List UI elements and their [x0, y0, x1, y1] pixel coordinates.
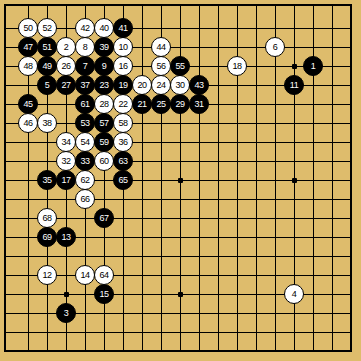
stone-black-27: 27 — [56, 75, 76, 95]
move-number: 51 — [42, 43, 51, 52]
move-number: 20 — [137, 81, 146, 90]
star-point — [64, 292, 69, 297]
move-number: 45 — [23, 100, 32, 109]
grid-line-horizontal — [4, 256, 353, 257]
star-point — [292, 178, 297, 183]
stone-white-20: 20 — [132, 75, 152, 95]
move-number: 17 — [61, 176, 70, 185]
stone-white-40: 40 — [94, 18, 114, 38]
stone-black-7: 7 — [75, 56, 95, 76]
star-point — [292, 64, 297, 69]
stone-black-5: 5 — [37, 75, 57, 95]
move-number: 25 — [156, 100, 165, 109]
move-number: 64 — [99, 271, 108, 280]
move-number: 57 — [99, 119, 108, 128]
stone-white-52: 52 — [37, 18, 57, 38]
stone-black-19: 19 — [113, 75, 133, 95]
stone-white-62: 62 — [75, 170, 95, 190]
stone-black-33: 33 — [75, 151, 95, 171]
move-number: 68 — [42, 214, 51, 223]
move-number: 56 — [156, 62, 165, 71]
go-board[interactable]: 1234567891011121314151617181920212223242… — [0, 0, 361, 361]
stone-black-17: 17 — [56, 170, 76, 190]
move-number: 29 — [175, 100, 184, 109]
stone-white-28: 28 — [94, 94, 114, 114]
stone-white-36: 36 — [113, 132, 133, 152]
move-number: 5 — [45, 81, 50, 90]
move-number: 35 — [42, 176, 51, 185]
move-number: 6 — [273, 43, 278, 52]
move-number: 3 — [64, 309, 69, 318]
move-number: 52 — [42, 24, 51, 33]
move-number: 32 — [61, 157, 70, 166]
stone-black-21: 21 — [132, 94, 152, 114]
stone-white-12: 12 — [37, 265, 57, 285]
move-number: 38 — [42, 119, 51, 128]
stone-white-44: 44 — [151, 37, 171, 57]
grid-line-horizontal — [4, 4, 353, 6]
stone-white-58: 58 — [113, 113, 133, 133]
stone-black-41: 41 — [113, 18, 133, 38]
move-number: 16 — [118, 62, 127, 71]
stone-white-38: 38 — [37, 113, 57, 133]
stone-white-32: 32 — [56, 151, 76, 171]
stone-black-3: 3 — [56, 303, 76, 323]
move-number: 28 — [99, 100, 108, 109]
move-number: 46 — [23, 119, 32, 128]
stone-white-26: 26 — [56, 56, 76, 76]
move-number: 53 — [80, 119, 89, 128]
move-number: 47 — [23, 43, 32, 52]
move-number: 61 — [80, 100, 89, 109]
stone-white-8: 8 — [75, 37, 95, 57]
stone-black-53: 53 — [75, 113, 95, 133]
move-number: 18 — [232, 62, 241, 71]
move-number: 7 — [83, 62, 88, 71]
move-number: 49 — [42, 62, 51, 71]
move-number: 41 — [118, 24, 127, 33]
stone-white-16: 16 — [113, 56, 133, 76]
grid-line-vertical — [332, 4, 333, 353]
stone-white-34: 34 — [56, 132, 76, 152]
stone-black-47: 47 — [18, 37, 38, 57]
grid-line-horizontal — [4, 350, 353, 352]
stone-black-31: 31 — [189, 94, 209, 114]
move-number: 34 — [61, 138, 70, 147]
stone-black-1: 1 — [303, 56, 323, 76]
stone-black-9: 9 — [94, 56, 114, 76]
stone-white-18: 18 — [227, 56, 247, 76]
stone-black-29: 29 — [170, 94, 190, 114]
stone-black-45: 45 — [18, 94, 38, 114]
grid-line-horizontal — [4, 332, 353, 333]
move-number: 2 — [64, 43, 69, 52]
stone-black-61: 61 — [75, 94, 95, 114]
move-number: 9 — [102, 62, 107, 71]
move-number: 13 — [61, 233, 70, 242]
move-number: 60 — [99, 157, 108, 166]
stone-black-65: 65 — [113, 170, 133, 190]
stone-black-57: 57 — [94, 113, 114, 133]
move-number: 21 — [137, 100, 146, 109]
move-number: 1 — [311, 62, 316, 71]
grid-line-vertical — [218, 4, 219, 353]
grid-line-vertical — [350, 4, 352, 353]
stone-white-66: 66 — [75, 189, 95, 209]
stone-white-64: 64 — [94, 265, 114, 285]
move-number: 62 — [80, 176, 89, 185]
stone-white-4: 4 — [284, 284, 304, 304]
stone-white-68: 68 — [37, 208, 57, 228]
stone-black-51: 51 — [37, 37, 57, 57]
move-number: 58 — [118, 119, 127, 128]
stone-black-67: 67 — [94, 208, 114, 228]
stone-white-2: 2 — [56, 37, 76, 57]
move-number: 65 — [118, 176, 127, 185]
move-number: 8 — [83, 43, 88, 52]
move-number: 22 — [118, 100, 127, 109]
move-number: 4 — [292, 290, 297, 299]
stone-white-60: 60 — [94, 151, 114, 171]
stone-black-13: 13 — [56, 227, 76, 247]
grid-line-vertical — [142, 4, 143, 353]
grid-line-vertical — [199, 4, 200, 353]
stone-white-22: 22 — [113, 94, 133, 114]
move-number: 14 — [80, 271, 89, 280]
stone-black-55: 55 — [170, 56, 190, 76]
move-number: 69 — [42, 233, 51, 242]
stone-white-14: 14 — [75, 265, 95, 285]
move-number: 30 — [175, 81, 184, 90]
move-number: 26 — [61, 62, 70, 71]
stone-black-43: 43 — [189, 75, 209, 95]
move-number: 37 — [80, 81, 89, 90]
stone-white-46: 46 — [18, 113, 38, 133]
move-number: 50 — [23, 24, 32, 33]
stone-black-25: 25 — [151, 94, 171, 114]
move-number: 48 — [23, 62, 32, 71]
stone-white-30: 30 — [170, 75, 190, 95]
star-point — [178, 178, 183, 183]
stone-white-24: 24 — [151, 75, 171, 95]
move-number: 19 — [118, 81, 127, 90]
move-number: 33 — [80, 157, 89, 166]
stone-black-15: 15 — [94, 284, 114, 304]
move-number: 24 — [156, 81, 165, 90]
move-number: 15 — [99, 290, 108, 299]
stone-black-23: 23 — [94, 75, 114, 95]
move-number: 39 — [99, 43, 108, 52]
stone-white-48: 48 — [18, 56, 38, 76]
stone-white-54: 54 — [75, 132, 95, 152]
move-number: 12 — [42, 271, 51, 280]
stone-black-69: 69 — [37, 227, 57, 247]
move-number: 31 — [194, 100, 203, 109]
stone-white-56: 56 — [151, 56, 171, 76]
stone-black-35: 35 — [37, 170, 57, 190]
move-number: 42 — [80, 24, 89, 33]
stone-white-10: 10 — [113, 37, 133, 57]
move-number: 63 — [118, 157, 127, 166]
move-number: 11 — [290, 81, 298, 90]
move-number: 67 — [99, 214, 108, 223]
move-number: 40 — [99, 24, 108, 33]
move-number: 10 — [118, 43, 127, 52]
stone-black-63: 63 — [113, 151, 133, 171]
move-number: 36 — [118, 138, 127, 147]
move-number: 27 — [61, 81, 70, 90]
stone-black-37: 37 — [75, 75, 95, 95]
stone-black-39: 39 — [94, 37, 114, 57]
star-point — [178, 292, 183, 297]
stone-white-6: 6 — [265, 37, 285, 57]
grid-line-horizontal — [4, 199, 353, 200]
stone-white-42: 42 — [75, 18, 95, 38]
move-number: 59 — [99, 138, 108, 147]
stone-black-49: 49 — [37, 56, 57, 76]
stone-white-50: 50 — [18, 18, 38, 38]
grid-line-vertical — [4, 4, 6, 353]
stone-black-11: 11 — [284, 75, 304, 95]
move-number: 66 — [80, 195, 89, 204]
move-number: 43 — [194, 81, 203, 90]
move-number: 55 — [175, 62, 184, 71]
move-number: 23 — [99, 81, 108, 90]
stone-black-59: 59 — [94, 132, 114, 152]
move-number: 44 — [156, 43, 165, 52]
grid-line-vertical — [256, 4, 257, 353]
move-number: 54 — [80, 138, 89, 147]
